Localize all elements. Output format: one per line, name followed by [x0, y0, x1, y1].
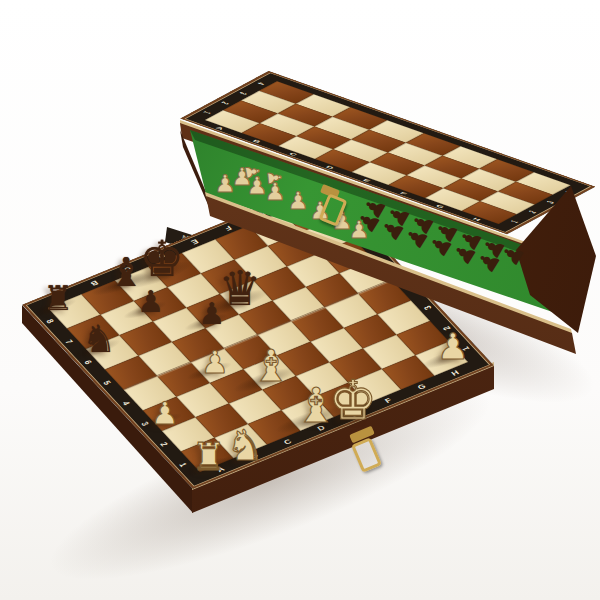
piece-white-pawn-c4: ♟: [201, 347, 229, 378]
piece-white-knight-b1: ♞: [226, 425, 264, 467]
piece-white-pawn-a3: ♟: [151, 398, 179, 429]
piece-white-bishop-d3: ♝: [251, 344, 290, 388]
scene: 23 ABCDEFGHABCDEFGH8765432187654321 ABCD…: [0, 0, 600, 600]
stored-light-piece-lying: ♟: [264, 169, 284, 187]
piece-black-rook-a8: ♜: [43, 281, 73, 315]
stored-light-pawn: ♟: [287, 189, 309, 213]
piece-black-king-d8: ♚: [140, 234, 185, 284]
piece-white-rook-a1: ♜: [192, 438, 226, 476]
piece-black-pawn-c7: ♟: [138, 287, 165, 317]
piece-black-queen-e6: ♛: [218, 264, 261, 312]
piece-white-king-e1: ♚: [329, 374, 377, 428]
piece-black-knight-a6: ♞: [82, 320, 116, 358]
piece-white-pawn-h1: ♟: [437, 329, 469, 365]
stored-light-piece-lying: ♟: [242, 162, 263, 181]
